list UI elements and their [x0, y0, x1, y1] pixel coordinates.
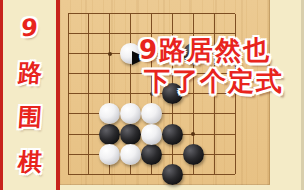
- caption-line-2: 下了个定式: [144, 68, 284, 94]
- frame-right-edge: [301, 0, 304, 190]
- sidebar-title-char-4: 棋: [17, 150, 43, 174]
- white-stone: [99, 144, 120, 165]
- black-stone: [183, 144, 204, 165]
- black-stone: [120, 124, 141, 145]
- star-point: [108, 52, 112, 56]
- grid-line-horizontal: [68, 174, 235, 175]
- black-stone: [162, 164, 183, 185]
- sidebar-red-strip-left: [0, 0, 3, 190]
- black-stone: [141, 144, 162, 165]
- sidebar-title-char-1: 9: [20, 16, 38, 40]
- sidebar-title-char-3: 围: [17, 105, 43, 129]
- sidebar-red-strip-right: [56, 0, 60, 190]
- white-stone: [141, 124, 162, 145]
- video-frame: 9路居然也 下了个定式 9 路 围 棋: [0, 0, 304, 190]
- caption-line-1: 9路居然也: [139, 37, 271, 63]
- black-stone: [99, 124, 120, 145]
- white-stone: [120, 144, 141, 165]
- black-stone: [162, 124, 183, 145]
- title-sidebar: 9 路 围 棋: [0, 0, 59, 190]
- sidebar-title-char-2: 路: [17, 61, 43, 85]
